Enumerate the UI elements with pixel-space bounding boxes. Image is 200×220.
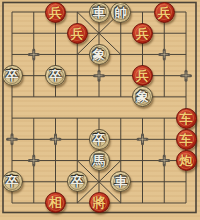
piece-pawn-red[interactable]: 兵 (132, 23, 153, 44)
piece-pawn-red[interactable]: 兵 (154, 2, 175, 23)
piece-character: 帥 (114, 5, 127, 18)
piece-pawn-white[interactable]: 卒 (45, 65, 66, 86)
board-grid-lines (0, 0, 200, 220)
piece-chariot-red[interactable]: 车 (176, 108, 197, 129)
piece-cannon-red[interactable]: 炮 (176, 150, 197, 171)
piece-pawn-white[interactable]: 卒 (89, 129, 110, 150)
piece-character: 卒 (49, 69, 62, 82)
piece-character: 將 (93, 196, 106, 209)
piece-character: 兵 (136, 26, 149, 39)
piece-character: 兵 (71, 26, 84, 39)
piece-elephant-white[interactable]: 象 (89, 44, 110, 65)
piece-chariot-red[interactable]: 车 (176, 129, 197, 150)
piece-character: 炮 (180, 154, 193, 167)
piece-character: 卒 (6, 175, 19, 188)
xiangqi-board: 兵車帥兵兵兵象卒卒兵象车卒车馬炮卒卒車相將 (0, 0, 200, 220)
piece-character: 兵 (158, 5, 171, 18)
piece-character: 兵 (136, 69, 149, 82)
piece-pawn-red[interactable]: 兵 (67, 23, 88, 44)
piece-character: 相 (49, 196, 62, 209)
piece-horse-white[interactable]: 馬 (89, 150, 110, 171)
piece-character: 車 (93, 5, 106, 18)
piece-character: 象 (136, 90, 149, 103)
piece-pawn-red[interactable]: 兵 (132, 65, 153, 86)
piece-character: 车 (180, 111, 193, 124)
piece-pawn-white[interactable]: 卒 (2, 171, 23, 192)
piece-character: 馬 (93, 154, 106, 167)
piece-character: 卒 (93, 132, 106, 145)
piece-character: 車 (114, 175, 127, 188)
piece-character: 车 (180, 132, 193, 145)
piece-pawn-white[interactable]: 卒 (67, 171, 88, 192)
piece-pawn-white[interactable]: 卒 (2, 65, 23, 86)
piece-general-red[interactable]: 將 (89, 192, 110, 213)
piece-chariot-white[interactable]: 車 (89, 2, 110, 23)
piece-character: 象 (93, 47, 106, 60)
piece-character: 卒 (71, 175, 84, 188)
piece-character: 兵 (49, 5, 62, 18)
piece-character: 卒 (6, 69, 19, 82)
piece-pawn-red[interactable]: 兵 (45, 2, 66, 23)
piece-general-white[interactable]: 帥 (110, 2, 131, 23)
